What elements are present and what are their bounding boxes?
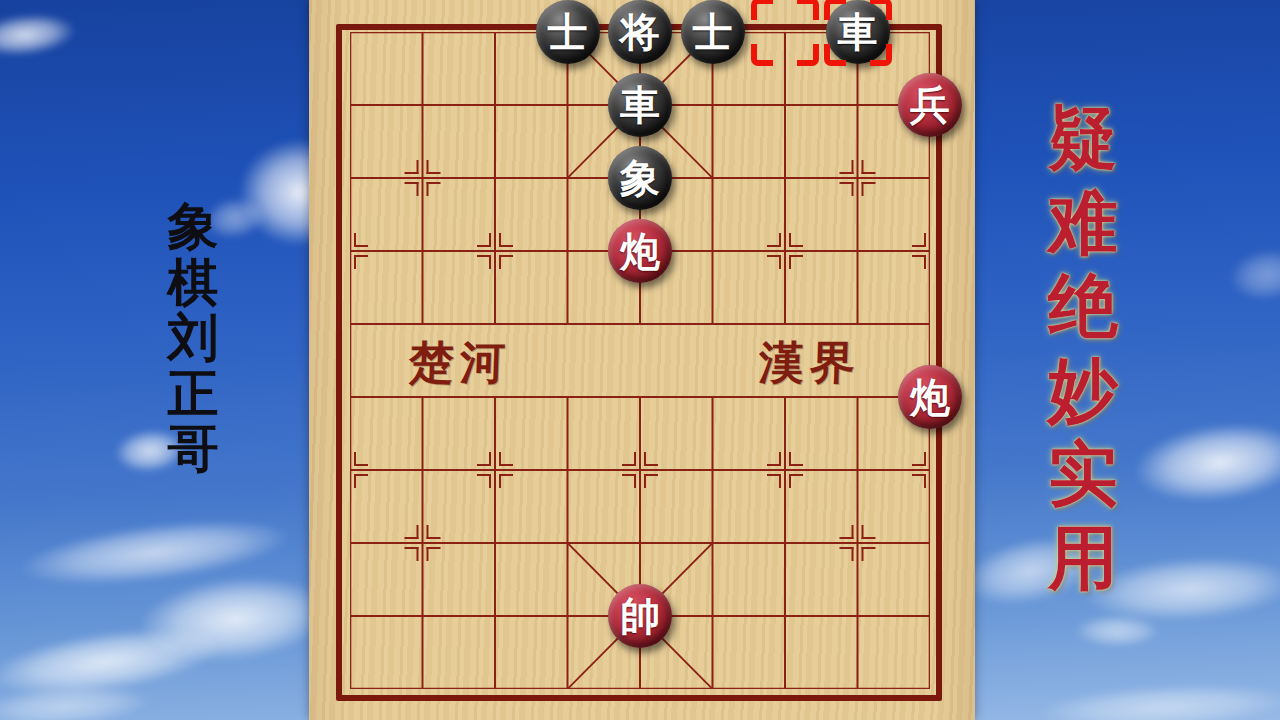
piece-black-advisor[interactable]: 士 [681,0,745,64]
caption-char: 妙 [1048,348,1118,432]
marker-corner [751,44,773,66]
piece-black-chariot[interactable]: 車 [608,73,672,137]
board-intersections-grid[interactable]: 士将士車車兵象炮炮帥 [314,0,967,720]
cloud [1131,415,1280,510]
piece-red-cannon[interactable]: 炮 [608,219,672,283]
cloud [1227,245,1280,305]
cloud [0,10,77,60]
caption-char: 疑 [1048,96,1118,180]
caption-char: 正 [168,366,219,422]
cloud [0,680,151,720]
piece-black-general[interactable]: 将 [608,0,672,64]
cloud [1039,679,1280,720]
right-caption: 疑难绝妙实用 [1043,96,1123,600]
caption-char: 棋 [168,255,219,311]
piece-red-cannon[interactable]: 炮 [898,365,962,429]
marker-corner [797,0,819,20]
video-frame: 象棋刘正哥 疑难绝妙实用 楚河 漢界 士将士車車兵象炮炮帥 [0,0,1280,720]
cloud [1075,615,1160,647]
marker-corner [751,0,773,20]
marker-corner [797,44,819,66]
piece-red-general[interactable]: 帥 [608,584,672,648]
cloud [136,568,334,669]
cloud [0,617,223,706]
piece-red-soldier[interactable]: 兵 [898,73,962,137]
caption-char: 绝 [1048,264,1118,348]
caption-char: 用 [1048,516,1118,600]
last-move-from-marker [751,0,819,66]
caption-char: 刘 [168,310,219,366]
caption-char: 象 [168,199,219,255]
caption-char: 难 [1048,180,1118,264]
piece-black-elephant[interactable]: 象 [608,146,672,210]
left-caption: 象棋刘正哥 [163,199,223,477]
caption-char: 哥 [168,421,219,477]
piece-black-chariot[interactable]: 車 [826,0,890,64]
caption-char: 实 [1048,432,1118,516]
cloud [18,509,293,596]
piece-black-advisor[interactable]: 士 [536,0,600,64]
